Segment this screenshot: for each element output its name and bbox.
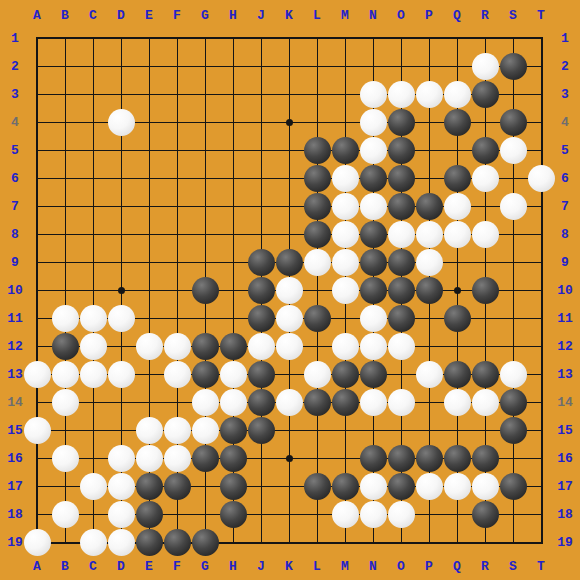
intersection-O8[interactable] bbox=[387, 220, 415, 248]
intersection-Q15[interactable] bbox=[443, 416, 471, 444]
intersection-B13[interactable] bbox=[51, 360, 79, 388]
intersection-G9[interactable] bbox=[191, 248, 219, 276]
intersection-R16[interactable] bbox=[471, 444, 499, 472]
intersection-C16[interactable] bbox=[79, 444, 107, 472]
intersection-H3[interactable] bbox=[219, 80, 247, 108]
intersection-B8[interactable] bbox=[51, 220, 79, 248]
intersection-N16[interactable] bbox=[359, 444, 387, 472]
intersection-H7[interactable] bbox=[219, 192, 247, 220]
intersection-R19[interactable] bbox=[471, 528, 499, 556]
intersection-K3[interactable] bbox=[275, 80, 303, 108]
intersection-A18[interactable] bbox=[23, 500, 51, 528]
intersection-Q9[interactable] bbox=[443, 248, 471, 276]
intersection-O2[interactable] bbox=[387, 52, 415, 80]
intersection-D10[interactable] bbox=[107, 276, 135, 304]
intersection-M11[interactable] bbox=[331, 304, 359, 332]
intersection-L7[interactable] bbox=[303, 192, 331, 220]
intersection-N17[interactable] bbox=[359, 472, 387, 500]
intersection-R4[interactable] bbox=[471, 108, 499, 136]
intersection-N11[interactable] bbox=[359, 304, 387, 332]
intersection-G5[interactable] bbox=[191, 136, 219, 164]
intersection-F17[interactable] bbox=[163, 472, 191, 500]
intersection-P4[interactable] bbox=[415, 108, 443, 136]
intersection-K7[interactable] bbox=[275, 192, 303, 220]
intersection-F19[interactable] bbox=[163, 528, 191, 556]
intersection-S7[interactable] bbox=[499, 192, 527, 220]
intersection-E14[interactable] bbox=[135, 388, 163, 416]
intersection-A8[interactable] bbox=[23, 220, 51, 248]
intersection-F1[interactable] bbox=[163, 24, 191, 52]
intersection-K12[interactable] bbox=[275, 332, 303, 360]
intersection-G10[interactable] bbox=[191, 276, 219, 304]
intersection-L18[interactable] bbox=[303, 500, 331, 528]
intersection-S11[interactable] bbox=[499, 304, 527, 332]
intersection-P6[interactable] bbox=[415, 164, 443, 192]
intersection-P9[interactable] bbox=[415, 248, 443, 276]
intersection-B15[interactable] bbox=[51, 416, 79, 444]
intersection-C13[interactable] bbox=[79, 360, 107, 388]
intersection-J2[interactable] bbox=[247, 52, 275, 80]
intersection-B6[interactable] bbox=[51, 164, 79, 192]
intersection-O1[interactable] bbox=[387, 24, 415, 52]
intersection-B7[interactable] bbox=[51, 192, 79, 220]
intersection-D6[interactable] bbox=[107, 164, 135, 192]
intersection-O4[interactable] bbox=[387, 108, 415, 136]
intersection-E11[interactable] bbox=[135, 304, 163, 332]
intersection-P18[interactable] bbox=[415, 500, 443, 528]
intersection-T8[interactable] bbox=[527, 220, 555, 248]
intersection-J19[interactable] bbox=[247, 528, 275, 556]
intersection-M16[interactable] bbox=[331, 444, 359, 472]
intersection-H9[interactable] bbox=[219, 248, 247, 276]
intersection-S6[interactable] bbox=[499, 164, 527, 192]
intersection-D9[interactable] bbox=[107, 248, 135, 276]
intersection-B12[interactable] bbox=[51, 332, 79, 360]
intersection-M2[interactable] bbox=[331, 52, 359, 80]
intersection-L15[interactable] bbox=[303, 416, 331, 444]
intersection-L3[interactable] bbox=[303, 80, 331, 108]
intersection-M14[interactable] bbox=[331, 388, 359, 416]
intersection-C17[interactable] bbox=[79, 472, 107, 500]
intersection-J8[interactable] bbox=[247, 220, 275, 248]
intersection-L9[interactable] bbox=[303, 248, 331, 276]
intersection-S8[interactable] bbox=[499, 220, 527, 248]
intersection-Q4[interactable] bbox=[443, 108, 471, 136]
intersection-D17[interactable] bbox=[107, 472, 135, 500]
intersection-R10[interactable] bbox=[471, 276, 499, 304]
intersection-P7[interactable] bbox=[415, 192, 443, 220]
intersection-S3[interactable] bbox=[499, 80, 527, 108]
intersection-O17[interactable] bbox=[387, 472, 415, 500]
intersection-M17[interactable] bbox=[331, 472, 359, 500]
intersection-J14[interactable] bbox=[247, 388, 275, 416]
intersection-P11[interactable] bbox=[415, 304, 443, 332]
intersection-F16[interactable] bbox=[163, 444, 191, 472]
intersection-B16[interactable] bbox=[51, 444, 79, 472]
intersection-E10[interactable] bbox=[135, 276, 163, 304]
intersection-E13[interactable] bbox=[135, 360, 163, 388]
intersection-N18[interactable] bbox=[359, 500, 387, 528]
intersection-N7[interactable] bbox=[359, 192, 387, 220]
intersection-B17[interactable] bbox=[51, 472, 79, 500]
intersection-J17[interactable] bbox=[247, 472, 275, 500]
intersection-P8[interactable] bbox=[415, 220, 443, 248]
intersection-C10[interactable] bbox=[79, 276, 107, 304]
intersection-E12[interactable] bbox=[135, 332, 163, 360]
intersection-R2[interactable] bbox=[471, 52, 499, 80]
intersection-L2[interactable] bbox=[303, 52, 331, 80]
intersection-R9[interactable] bbox=[471, 248, 499, 276]
intersection-K15[interactable] bbox=[275, 416, 303, 444]
intersection-R17[interactable] bbox=[471, 472, 499, 500]
intersection-J13[interactable] bbox=[247, 360, 275, 388]
intersection-B14[interactable] bbox=[51, 388, 79, 416]
intersection-F14[interactable] bbox=[163, 388, 191, 416]
intersection-D7[interactable] bbox=[107, 192, 135, 220]
intersection-N14[interactable] bbox=[359, 388, 387, 416]
intersection-J12[interactable] bbox=[247, 332, 275, 360]
intersection-D4[interactable] bbox=[107, 108, 135, 136]
intersection-L17[interactable] bbox=[303, 472, 331, 500]
intersection-E15[interactable] bbox=[135, 416, 163, 444]
intersection-A4[interactable] bbox=[23, 108, 51, 136]
intersection-H4[interactable] bbox=[219, 108, 247, 136]
intersection-E16[interactable] bbox=[135, 444, 163, 472]
intersection-F13[interactable] bbox=[163, 360, 191, 388]
intersection-O18[interactable] bbox=[387, 500, 415, 528]
intersection-P2[interactable] bbox=[415, 52, 443, 80]
intersection-O5[interactable] bbox=[387, 136, 415, 164]
intersection-K11[interactable] bbox=[275, 304, 303, 332]
intersection-Q11[interactable] bbox=[443, 304, 471, 332]
intersection-K6[interactable] bbox=[275, 164, 303, 192]
intersection-S16[interactable] bbox=[499, 444, 527, 472]
intersection-T1[interactable] bbox=[527, 24, 555, 52]
intersection-F11[interactable] bbox=[163, 304, 191, 332]
intersection-M10[interactable] bbox=[331, 276, 359, 304]
intersection-K14[interactable] bbox=[275, 388, 303, 416]
intersection-S12[interactable] bbox=[499, 332, 527, 360]
intersection-T10[interactable] bbox=[527, 276, 555, 304]
intersection-E8[interactable] bbox=[135, 220, 163, 248]
intersection-B10[interactable] bbox=[51, 276, 79, 304]
intersection-H12[interactable] bbox=[219, 332, 247, 360]
intersection-C7[interactable] bbox=[79, 192, 107, 220]
intersection-M1[interactable] bbox=[331, 24, 359, 52]
intersection-Q16[interactable] bbox=[443, 444, 471, 472]
intersection-E17[interactable] bbox=[135, 472, 163, 500]
intersection-Q2[interactable] bbox=[443, 52, 471, 80]
intersection-O16[interactable] bbox=[387, 444, 415, 472]
intersection-T5[interactable] bbox=[527, 136, 555, 164]
intersection-T4[interactable] bbox=[527, 108, 555, 136]
intersection-N4[interactable] bbox=[359, 108, 387, 136]
intersection-G11[interactable] bbox=[191, 304, 219, 332]
intersection-S10[interactable] bbox=[499, 276, 527, 304]
intersection-J11[interactable] bbox=[247, 304, 275, 332]
intersection-K9[interactable] bbox=[275, 248, 303, 276]
intersection-S15[interactable] bbox=[499, 416, 527, 444]
intersection-E18[interactable] bbox=[135, 500, 163, 528]
intersection-N12[interactable] bbox=[359, 332, 387, 360]
intersection-H19[interactable] bbox=[219, 528, 247, 556]
intersection-N3[interactable] bbox=[359, 80, 387, 108]
intersection-A5[interactable] bbox=[23, 136, 51, 164]
intersection-G6[interactable] bbox=[191, 164, 219, 192]
intersection-A3[interactable] bbox=[23, 80, 51, 108]
intersection-A15[interactable] bbox=[23, 416, 51, 444]
intersection-Q12[interactable] bbox=[443, 332, 471, 360]
intersection-E2[interactable] bbox=[135, 52, 163, 80]
intersection-N1[interactable] bbox=[359, 24, 387, 52]
intersection-J1[interactable] bbox=[247, 24, 275, 52]
intersection-H14[interactable] bbox=[219, 388, 247, 416]
intersection-Q19[interactable] bbox=[443, 528, 471, 556]
intersection-P13[interactable] bbox=[415, 360, 443, 388]
intersection-D18[interactable] bbox=[107, 500, 135, 528]
intersection-D12[interactable] bbox=[107, 332, 135, 360]
intersection-T6[interactable] bbox=[527, 164, 555, 192]
intersection-P16[interactable] bbox=[415, 444, 443, 472]
intersection-S2[interactable] bbox=[499, 52, 527, 80]
intersection-C4[interactable] bbox=[79, 108, 107, 136]
intersection-O6[interactable] bbox=[387, 164, 415, 192]
intersection-S19[interactable] bbox=[499, 528, 527, 556]
intersection-K17[interactable] bbox=[275, 472, 303, 500]
intersection-R6[interactable] bbox=[471, 164, 499, 192]
intersection-Q5[interactable] bbox=[443, 136, 471, 164]
intersection-Q18[interactable] bbox=[443, 500, 471, 528]
intersection-C9[interactable] bbox=[79, 248, 107, 276]
intersection-G4[interactable] bbox=[191, 108, 219, 136]
intersection-P3[interactable] bbox=[415, 80, 443, 108]
intersection-D5[interactable] bbox=[107, 136, 135, 164]
intersection-H11[interactable] bbox=[219, 304, 247, 332]
intersection-D3[interactable] bbox=[107, 80, 135, 108]
intersection-P10[interactable] bbox=[415, 276, 443, 304]
intersection-P12[interactable] bbox=[415, 332, 443, 360]
intersection-J18[interactable] bbox=[247, 500, 275, 528]
intersection-G12[interactable] bbox=[191, 332, 219, 360]
intersection-A9[interactable] bbox=[23, 248, 51, 276]
intersection-C12[interactable] bbox=[79, 332, 107, 360]
intersection-C18[interactable] bbox=[79, 500, 107, 528]
intersection-H18[interactable] bbox=[219, 500, 247, 528]
intersection-S1[interactable] bbox=[499, 24, 527, 52]
intersection-O7[interactable] bbox=[387, 192, 415, 220]
intersection-G2[interactable] bbox=[191, 52, 219, 80]
intersection-K2[interactable] bbox=[275, 52, 303, 80]
intersection-D1[interactable] bbox=[107, 24, 135, 52]
intersection-T14[interactable] bbox=[527, 388, 555, 416]
intersection-K5[interactable] bbox=[275, 136, 303, 164]
intersection-K13[interactable] bbox=[275, 360, 303, 388]
intersection-A1[interactable] bbox=[23, 24, 51, 52]
intersection-O9[interactable] bbox=[387, 248, 415, 276]
intersection-R7[interactable] bbox=[471, 192, 499, 220]
intersection-B5[interactable] bbox=[51, 136, 79, 164]
intersection-N8[interactable] bbox=[359, 220, 387, 248]
intersection-N13[interactable] bbox=[359, 360, 387, 388]
intersection-T16[interactable] bbox=[527, 444, 555, 472]
intersection-E6[interactable] bbox=[135, 164, 163, 192]
intersection-C5[interactable] bbox=[79, 136, 107, 164]
intersection-T9[interactable] bbox=[527, 248, 555, 276]
intersection-E7[interactable] bbox=[135, 192, 163, 220]
intersection-R11[interactable] bbox=[471, 304, 499, 332]
intersection-N9[interactable] bbox=[359, 248, 387, 276]
intersection-J6[interactable] bbox=[247, 164, 275, 192]
intersection-G3[interactable] bbox=[191, 80, 219, 108]
intersection-H8[interactable] bbox=[219, 220, 247, 248]
intersection-D13[interactable] bbox=[107, 360, 135, 388]
intersection-T17[interactable] bbox=[527, 472, 555, 500]
intersection-P19[interactable] bbox=[415, 528, 443, 556]
intersection-G13[interactable] bbox=[191, 360, 219, 388]
intersection-J16[interactable] bbox=[247, 444, 275, 472]
intersection-G17[interactable] bbox=[191, 472, 219, 500]
intersection-J9[interactable] bbox=[247, 248, 275, 276]
intersection-A16[interactable] bbox=[23, 444, 51, 472]
intersection-C15[interactable] bbox=[79, 416, 107, 444]
intersection-A14[interactable] bbox=[23, 388, 51, 416]
intersection-S13[interactable] bbox=[499, 360, 527, 388]
intersection-N19[interactable] bbox=[359, 528, 387, 556]
intersection-J7[interactable] bbox=[247, 192, 275, 220]
intersection-F7[interactable] bbox=[163, 192, 191, 220]
intersection-Q13[interactable] bbox=[443, 360, 471, 388]
intersection-D16[interactable] bbox=[107, 444, 135, 472]
intersection-M3[interactable] bbox=[331, 80, 359, 108]
intersection-B18[interactable] bbox=[51, 500, 79, 528]
intersection-C6[interactable] bbox=[79, 164, 107, 192]
intersection-B9[interactable] bbox=[51, 248, 79, 276]
intersection-Q7[interactable] bbox=[443, 192, 471, 220]
intersection-L10[interactable] bbox=[303, 276, 331, 304]
intersection-F8[interactable] bbox=[163, 220, 191, 248]
intersection-J3[interactable] bbox=[247, 80, 275, 108]
intersection-D11[interactable] bbox=[107, 304, 135, 332]
intersection-T11[interactable] bbox=[527, 304, 555, 332]
intersection-G16[interactable] bbox=[191, 444, 219, 472]
intersection-D2[interactable] bbox=[107, 52, 135, 80]
intersection-H6[interactable] bbox=[219, 164, 247, 192]
intersection-R8[interactable] bbox=[471, 220, 499, 248]
intersection-M18[interactable] bbox=[331, 500, 359, 528]
intersection-O10[interactable] bbox=[387, 276, 415, 304]
intersection-H13[interactable] bbox=[219, 360, 247, 388]
intersection-J4[interactable] bbox=[247, 108, 275, 136]
intersection-N15[interactable] bbox=[359, 416, 387, 444]
intersection-B11[interactable] bbox=[51, 304, 79, 332]
intersection-H17[interactable] bbox=[219, 472, 247, 500]
intersection-M15[interactable] bbox=[331, 416, 359, 444]
intersection-O11[interactable] bbox=[387, 304, 415, 332]
intersection-R13[interactable] bbox=[471, 360, 499, 388]
intersection-Q6[interactable] bbox=[443, 164, 471, 192]
intersection-A10[interactable] bbox=[23, 276, 51, 304]
intersection-T7[interactable] bbox=[527, 192, 555, 220]
intersection-R18[interactable] bbox=[471, 500, 499, 528]
intersection-S5[interactable] bbox=[499, 136, 527, 164]
intersection-G15[interactable] bbox=[191, 416, 219, 444]
intersection-O12[interactable] bbox=[387, 332, 415, 360]
intersection-D8[interactable] bbox=[107, 220, 135, 248]
intersection-O3[interactable] bbox=[387, 80, 415, 108]
intersection-K1[interactable] bbox=[275, 24, 303, 52]
intersection-M19[interactable] bbox=[331, 528, 359, 556]
intersection-L6[interactable] bbox=[303, 164, 331, 192]
intersection-L19[interactable] bbox=[303, 528, 331, 556]
intersection-A13[interactable] bbox=[23, 360, 51, 388]
intersection-Q8[interactable] bbox=[443, 220, 471, 248]
intersection-E4[interactable] bbox=[135, 108, 163, 136]
intersection-M5[interactable] bbox=[331, 136, 359, 164]
intersection-T15[interactable] bbox=[527, 416, 555, 444]
intersection-C11[interactable] bbox=[79, 304, 107, 332]
intersection-O19[interactable] bbox=[387, 528, 415, 556]
intersection-M8[interactable] bbox=[331, 220, 359, 248]
intersection-M9[interactable] bbox=[331, 248, 359, 276]
intersection-E19[interactable] bbox=[135, 528, 163, 556]
intersection-C19[interactable] bbox=[79, 528, 107, 556]
intersection-Q14[interactable] bbox=[443, 388, 471, 416]
intersection-P5[interactable] bbox=[415, 136, 443, 164]
intersection-R1[interactable] bbox=[471, 24, 499, 52]
intersection-N6[interactable] bbox=[359, 164, 387, 192]
intersection-L11[interactable] bbox=[303, 304, 331, 332]
intersection-C2[interactable] bbox=[79, 52, 107, 80]
intersection-F9[interactable] bbox=[163, 248, 191, 276]
intersection-H15[interactable] bbox=[219, 416, 247, 444]
intersection-A12[interactable] bbox=[23, 332, 51, 360]
intersection-L16[interactable] bbox=[303, 444, 331, 472]
intersection-F18[interactable] bbox=[163, 500, 191, 528]
intersection-N5[interactable] bbox=[359, 136, 387, 164]
intersection-A2[interactable] bbox=[23, 52, 51, 80]
intersection-H5[interactable] bbox=[219, 136, 247, 164]
intersection-R5[interactable] bbox=[471, 136, 499, 164]
intersection-A6[interactable] bbox=[23, 164, 51, 192]
intersection-M4[interactable] bbox=[331, 108, 359, 136]
intersection-B1[interactable] bbox=[51, 24, 79, 52]
intersection-F10[interactable] bbox=[163, 276, 191, 304]
intersection-D14[interactable] bbox=[107, 388, 135, 416]
intersection-Q3[interactable] bbox=[443, 80, 471, 108]
intersection-S18[interactable] bbox=[499, 500, 527, 528]
intersection-K8[interactable] bbox=[275, 220, 303, 248]
intersection-L4[interactable] bbox=[303, 108, 331, 136]
intersection-A7[interactable] bbox=[23, 192, 51, 220]
intersection-J10[interactable] bbox=[247, 276, 275, 304]
intersection-S17[interactable] bbox=[499, 472, 527, 500]
intersection-N2[interactable] bbox=[359, 52, 387, 80]
intersection-T18[interactable] bbox=[527, 500, 555, 528]
intersection-B19[interactable] bbox=[51, 528, 79, 556]
intersection-J5[interactable] bbox=[247, 136, 275, 164]
intersection-M12[interactable] bbox=[331, 332, 359, 360]
intersection-A17[interactable] bbox=[23, 472, 51, 500]
intersection-F4[interactable] bbox=[163, 108, 191, 136]
intersection-O15[interactable] bbox=[387, 416, 415, 444]
intersection-N10[interactable] bbox=[359, 276, 387, 304]
intersection-H2[interactable] bbox=[219, 52, 247, 80]
intersection-P1[interactable] bbox=[415, 24, 443, 52]
intersection-R15[interactable] bbox=[471, 416, 499, 444]
intersection-K19[interactable] bbox=[275, 528, 303, 556]
intersection-F3[interactable] bbox=[163, 80, 191, 108]
intersection-T13[interactable] bbox=[527, 360, 555, 388]
